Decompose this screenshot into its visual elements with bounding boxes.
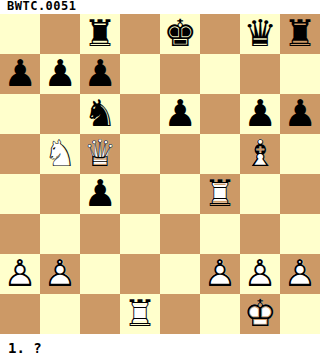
square-f7[interactable] — [200, 54, 240, 94]
black-queen: ♛ — [240, 14, 280, 54]
square-a3[interactable] — [0, 214, 40, 254]
white-knight: ♘ — [40, 134, 80, 174]
square-g3[interactable] — [240, 214, 280, 254]
square-h5[interactable] — [280, 134, 320, 174]
square-e5[interactable] — [160, 134, 200, 174]
square-b4[interactable] — [40, 174, 80, 214]
square-h4[interactable] — [280, 174, 320, 214]
white-pawn: ♙ — [40, 254, 80, 294]
square-a8[interactable] — [0, 14, 40, 54]
square-h3[interactable] — [280, 214, 320, 254]
square-d3[interactable] — [120, 214, 160, 254]
black-pawn: ♟ — [80, 174, 120, 214]
square-g8[interactable]: ♛ — [240, 14, 280, 54]
black-rook: ♜ — [80, 14, 120, 54]
square-e8[interactable]: ♚ — [160, 14, 200, 54]
square-h2[interactable]: ♟♙ — [280, 254, 320, 294]
square-h1[interactable] — [280, 294, 320, 334]
square-d1[interactable]: ♜♖ — [120, 294, 160, 334]
square-g2[interactable]: ♟♙ — [240, 254, 280, 294]
square-a6[interactable] — [0, 94, 40, 134]
white-king-fill: ♚ — [240, 294, 280, 334]
white-pawn-fill: ♟ — [0, 254, 40, 294]
square-b7[interactable]: ♟ — [40, 54, 80, 94]
white-bishop: ♗ — [240, 134, 280, 174]
square-h6[interactable]: ♟ — [280, 94, 320, 134]
square-f6[interactable] — [200, 94, 240, 134]
square-a1[interactable] — [0, 294, 40, 334]
square-f8[interactable] — [200, 14, 240, 54]
white-pawn: ♙ — [240, 254, 280, 294]
square-g4[interactable] — [240, 174, 280, 214]
page-title: BWTC.0051 — [0, 0, 320, 14]
square-h8[interactable]: ♜ — [280, 14, 320, 54]
white-rook: ♖ — [120, 294, 160, 334]
white-pawn: ♙ — [200, 254, 240, 294]
square-d2[interactable] — [120, 254, 160, 294]
black-pawn: ♟ — [160, 94, 200, 134]
square-d6[interactable] — [120, 94, 160, 134]
white-pawn-fill: ♟ — [280, 254, 320, 294]
black-pawn: ♟ — [280, 94, 320, 134]
square-c4[interactable]: ♟ — [80, 174, 120, 214]
square-f5[interactable] — [200, 134, 240, 174]
square-f2[interactable]: ♟♙ — [200, 254, 240, 294]
square-e6[interactable]: ♟ — [160, 94, 200, 134]
square-c3[interactable] — [80, 214, 120, 254]
black-pawn: ♟ — [40, 54, 80, 94]
square-c7[interactable]: ♟ — [80, 54, 120, 94]
white-king: ♔ — [240, 294, 280, 334]
square-h7[interactable] — [280, 54, 320, 94]
square-d7[interactable] — [120, 54, 160, 94]
white-pawn-fill: ♟ — [240, 254, 280, 294]
white-queen: ♕ — [80, 134, 120, 174]
square-f4[interactable]: ♜♖ — [200, 174, 240, 214]
black-pawn: ♟ — [0, 54, 40, 94]
white-pawn: ♙ — [0, 254, 40, 294]
square-c5[interactable]: ♛♕ — [80, 134, 120, 174]
black-knight: ♞ — [80, 94, 120, 134]
square-e1[interactable] — [160, 294, 200, 334]
square-b2[interactable]: ♟♙ — [40, 254, 80, 294]
square-g7[interactable] — [240, 54, 280, 94]
white-pawn-fill: ♟ — [200, 254, 240, 294]
square-g1[interactable]: ♚♔ — [240, 294, 280, 334]
square-d5[interactable] — [120, 134, 160, 174]
square-g6[interactable]: ♟ — [240, 94, 280, 134]
black-pawn: ♟ — [80, 54, 120, 94]
square-e2[interactable] — [160, 254, 200, 294]
chess-board: ♜♚♛♜♟♟♟♞♟♟♟♞♘♛♕♝♗♟♜♖♟♙♟♙♟♙♟♙♟♙♜♖♚♔ — [0, 14, 320, 334]
square-b3[interactable] — [40, 214, 80, 254]
square-d8[interactable] — [120, 14, 160, 54]
square-c6[interactable]: ♞ — [80, 94, 120, 134]
black-pawn: ♟ — [240, 94, 280, 134]
square-b6[interactable] — [40, 94, 80, 134]
move-prompt: 1. ? — [0, 334, 320, 360]
square-c2[interactable] — [80, 254, 120, 294]
square-d4[interactable] — [120, 174, 160, 214]
square-c8[interactable]: ♜ — [80, 14, 120, 54]
black-rook: ♜ — [280, 14, 320, 54]
square-b1[interactable] — [40, 294, 80, 334]
square-a2[interactable]: ♟♙ — [0, 254, 40, 294]
white-rook: ♖ — [200, 174, 240, 214]
white-rook-fill: ♜ — [200, 174, 240, 214]
white-pawn-fill: ♟ — [40, 254, 80, 294]
square-e4[interactable] — [160, 174, 200, 214]
white-knight-fill: ♞ — [40, 134, 80, 174]
square-b5[interactable]: ♞♘ — [40, 134, 80, 174]
square-c1[interactable] — [80, 294, 120, 334]
square-a5[interactable] — [0, 134, 40, 174]
white-rook-fill: ♜ — [120, 294, 160, 334]
white-queen-fill: ♛ — [80, 134, 120, 174]
square-g5[interactable]: ♝♗ — [240, 134, 280, 174]
white-bishop-fill: ♝ — [240, 134, 280, 174]
square-f3[interactable] — [200, 214, 240, 254]
black-king: ♚ — [160, 14, 200, 54]
square-a7[interactable]: ♟ — [0, 54, 40, 94]
square-b8[interactable] — [40, 14, 80, 54]
square-e7[interactable] — [160, 54, 200, 94]
square-a4[interactable] — [0, 174, 40, 214]
square-f1[interactable] — [200, 294, 240, 334]
white-pawn: ♙ — [280, 254, 320, 294]
square-e3[interactable] — [160, 214, 200, 254]
